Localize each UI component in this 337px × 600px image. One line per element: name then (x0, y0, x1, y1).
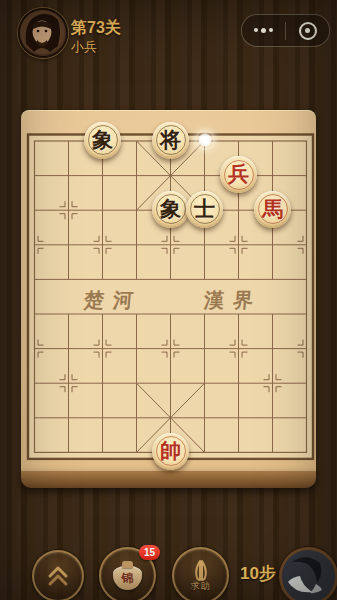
piece-red-帥[interactable]: 帥 (152, 433, 189, 470)
piece-character: 兵 (228, 156, 249, 193)
game-screen: 第73关 小兵 楚河 漢界 象将兵象士馬帥 锦 15 (0, 0, 337, 600)
piece-character: 士 (194, 191, 215, 228)
help-label: 求助 (191, 580, 211, 593)
exit-button[interactable] (286, 15, 329, 46)
piece-black-将[interactable]: 将 (152, 122, 189, 159)
river-label-left: 楚河 (77, 289, 149, 311)
piece-red-兵[interactable]: 兵 (220, 156, 257, 193)
ellipsis-icon (254, 28, 273, 33)
bag-character: 锦 (122, 570, 134, 587)
opponent-portrait-art (282, 550, 329, 597)
level-title: 第73关 (71, 18, 121, 39)
piece-black-象[interactable]: 象 (152, 191, 189, 228)
piece-red-馬[interactable]: 馬 (254, 191, 291, 228)
more-button[interactable] (242, 15, 285, 46)
board-grid (21, 111, 316, 473)
opponent-avatar[interactable] (279, 547, 337, 600)
miniprogram-capsule (241, 14, 330, 47)
last-move-dot (197, 132, 213, 148)
praying-hands-icon (188, 559, 214, 581)
steps-remaining: 10步 (222, 562, 276, 585)
piece-character: 象 (92, 122, 113, 159)
piece-character: 帥 (160, 433, 181, 470)
chevron-up-icon (44, 563, 72, 589)
hint-bag-button[interactable]: 锦 15 (99, 547, 156, 600)
piece-black-象[interactable]: 象 (84, 122, 121, 159)
collapse-menu-button[interactable] (32, 550, 84, 600)
player-portrait-art (20, 10, 64, 54)
player-avatar[interactable] (18, 8, 68, 58)
ask-help-button[interactable]: 求助 (172, 547, 229, 600)
piece-character: 馬 (262, 191, 283, 228)
money-bag-icon: 锦 (113, 566, 142, 590)
piece-character: 将 (160, 122, 181, 159)
board-face (21, 110, 316, 473)
piece-black-士[interactable]: 士 (186, 191, 223, 228)
piece-character: 象 (160, 191, 181, 228)
player-rank-label: 小兵 (71, 38, 97, 56)
hint-count-badge: 15 (139, 545, 160, 560)
target-icon (299, 22, 317, 40)
river-label-right: 漢界 (197, 289, 269, 311)
board-3d-edge (21, 471, 316, 488)
